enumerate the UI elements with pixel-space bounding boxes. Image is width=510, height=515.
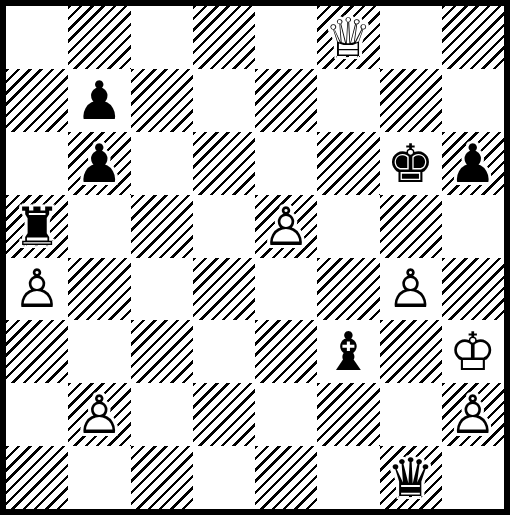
square-e8 bbox=[255, 6, 317, 69]
white-pawn: ♙ bbox=[255, 195, 317, 258]
square-b8 bbox=[68, 6, 130, 69]
square-e1 bbox=[255, 446, 317, 509]
square-c5 bbox=[131, 195, 193, 258]
square-g2 bbox=[380, 383, 442, 446]
black-king: ♚ bbox=[380, 132, 442, 195]
square-b7: ♟♟ bbox=[68, 69, 130, 132]
square-d3 bbox=[193, 320, 255, 383]
square-c4 bbox=[131, 258, 193, 321]
square-a1 bbox=[6, 446, 68, 509]
white-pawn-halo: ♟ bbox=[6, 258, 68, 321]
square-e5: ♟♙ bbox=[255, 195, 317, 258]
square-b6: ♟♟ bbox=[68, 132, 130, 195]
square-b3 bbox=[68, 320, 130, 383]
square-a3 bbox=[6, 320, 68, 383]
white-pawn: ♙ bbox=[380, 258, 442, 321]
white-pawn-halo: ♟ bbox=[442, 383, 504, 446]
square-c1 bbox=[131, 446, 193, 509]
square-h6: ♟♟ bbox=[442, 132, 504, 195]
white-king: ♔ bbox=[442, 320, 504, 383]
black-rook-halo: ♜ bbox=[6, 195, 68, 258]
white-queen: ♕ bbox=[317, 6, 379, 69]
black-bishop-halo: ♝ bbox=[317, 320, 379, 383]
square-f6 bbox=[317, 132, 379, 195]
square-d5 bbox=[193, 195, 255, 258]
black-queen-halo: ♛ bbox=[380, 446, 442, 509]
square-h5 bbox=[442, 195, 504, 258]
square-c2 bbox=[131, 383, 193, 446]
square-e2 bbox=[255, 383, 317, 446]
white-pawn: ♙ bbox=[68, 383, 130, 446]
square-g4: ♟♙ bbox=[380, 258, 442, 321]
chess-board: ♛♕♟♟♟♟♚♚♟♟♜♜♟♙♟♙♟♙♝♝♚♔♟♙♟♙♛♛ bbox=[6, 6, 504, 509]
square-a2 bbox=[6, 383, 68, 446]
black-pawn: ♟ bbox=[68, 69, 130, 132]
square-a7 bbox=[6, 69, 68, 132]
white-pawn-halo: ♟ bbox=[255, 195, 317, 258]
white-pawn-halo: ♟ bbox=[380, 258, 442, 321]
square-d7 bbox=[193, 69, 255, 132]
white-pawn-halo: ♟ bbox=[68, 383, 130, 446]
square-d6 bbox=[193, 132, 255, 195]
black-pawn-halo: ♟ bbox=[68, 132, 130, 195]
black-rook: ♜ bbox=[6, 195, 68, 258]
square-h3: ♚♔ bbox=[442, 320, 504, 383]
square-d4 bbox=[193, 258, 255, 321]
square-h2: ♟♙ bbox=[442, 383, 504, 446]
black-pawn-halo: ♟ bbox=[68, 69, 130, 132]
black-pawn: ♟ bbox=[442, 132, 504, 195]
square-a6 bbox=[6, 132, 68, 195]
square-h8 bbox=[442, 6, 504, 69]
square-a5: ♜♜ bbox=[6, 195, 68, 258]
square-c7 bbox=[131, 69, 193, 132]
square-g6: ♚♚ bbox=[380, 132, 442, 195]
black-queen: ♛ bbox=[380, 446, 442, 509]
square-a8 bbox=[6, 6, 68, 69]
square-f5 bbox=[317, 195, 379, 258]
square-d2 bbox=[193, 383, 255, 446]
white-king-halo: ♚ bbox=[442, 320, 504, 383]
square-f4 bbox=[317, 258, 379, 321]
square-b4 bbox=[68, 258, 130, 321]
square-e3 bbox=[255, 320, 317, 383]
square-c3 bbox=[131, 320, 193, 383]
square-c8 bbox=[131, 6, 193, 69]
square-h7 bbox=[442, 69, 504, 132]
square-e4 bbox=[255, 258, 317, 321]
black-pawn-halo: ♟ bbox=[442, 132, 504, 195]
square-g1: ♛♛ bbox=[380, 446, 442, 509]
square-f3: ♝♝ bbox=[317, 320, 379, 383]
square-h4 bbox=[442, 258, 504, 321]
square-c6 bbox=[131, 132, 193, 195]
square-g5 bbox=[380, 195, 442, 258]
square-b1 bbox=[68, 446, 130, 509]
chess-board-frame: ♛♕♟♟♟♟♚♚♟♟♜♜♟♙♟♙♟♙♝♝♚♔♟♙♟♙♛♛ bbox=[0, 0, 510, 515]
square-a4: ♟♙ bbox=[6, 258, 68, 321]
square-g3 bbox=[380, 320, 442, 383]
square-f7 bbox=[317, 69, 379, 132]
black-king-halo: ♚ bbox=[380, 132, 442, 195]
square-d8 bbox=[193, 6, 255, 69]
square-f8: ♛♕ bbox=[317, 6, 379, 69]
square-d1 bbox=[193, 446, 255, 509]
square-f2 bbox=[317, 383, 379, 446]
square-g7 bbox=[380, 69, 442, 132]
white-pawn: ♙ bbox=[442, 383, 504, 446]
square-b5 bbox=[68, 195, 130, 258]
square-e7 bbox=[255, 69, 317, 132]
square-e6 bbox=[255, 132, 317, 195]
square-b2: ♟♙ bbox=[68, 383, 130, 446]
white-queen-halo: ♛ bbox=[317, 6, 379, 69]
square-h1 bbox=[442, 446, 504, 509]
black-bishop: ♝ bbox=[317, 320, 379, 383]
black-pawn: ♟ bbox=[68, 132, 130, 195]
white-pawn: ♙ bbox=[6, 258, 68, 321]
square-g8 bbox=[380, 6, 442, 69]
square-f1 bbox=[317, 446, 379, 509]
